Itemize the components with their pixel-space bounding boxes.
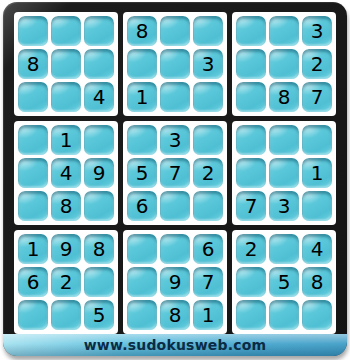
- cell-r8c5[interactable]: 9: [160, 267, 190, 297]
- cell-r2c4[interactable]: [127, 49, 157, 79]
- cell-r4c8[interactable]: [269, 125, 299, 155]
- cell-r9c9[interactable]: [302, 300, 332, 330]
- cell-r3c4[interactable]: 1: [127, 82, 157, 112]
- cell-r1c5[interactable]: [160, 16, 190, 46]
- cell-r1c8[interactable]: [269, 16, 299, 46]
- cell-r4c4[interactable]: [127, 125, 157, 155]
- sudoku-box-5: 35726: [123, 121, 227, 225]
- cell-r8c8[interactable]: 5: [269, 267, 299, 297]
- cell-r2c5[interactable]: [160, 49, 190, 79]
- sudoku-grid: 848313287149835726173198625697812458: [14, 12, 336, 334]
- cell-r8c7[interactable]: [236, 267, 266, 297]
- cell-r6c5[interactable]: [160, 191, 190, 221]
- cell-r2c9[interactable]: 2: [302, 49, 332, 79]
- cell-r9c6[interactable]: 1: [193, 300, 223, 330]
- cell-r6c6[interactable]: [193, 191, 223, 221]
- cell-r9c3[interactable]: 5: [84, 300, 114, 330]
- cell-r4c7[interactable]: [236, 125, 266, 155]
- cell-r8c9[interactable]: 8: [302, 267, 332, 297]
- cell-r7c1[interactable]: 1: [18, 234, 48, 264]
- cell-r5c4[interactable]: 5: [127, 158, 157, 188]
- sudoku-box-3: 3287: [232, 12, 336, 116]
- sudoku-box-6: 173: [232, 121, 336, 225]
- cell-r9c7[interactable]: [236, 300, 266, 330]
- cell-r2c7[interactable]: [236, 49, 266, 79]
- cell-r3c6[interactable]: [193, 82, 223, 112]
- cell-r7c3[interactable]: 8: [84, 234, 114, 264]
- cell-r1c3[interactable]: [84, 16, 114, 46]
- cell-r1c7[interactable]: [236, 16, 266, 46]
- cell-r6c3[interactable]: [84, 191, 114, 221]
- cell-r7c5[interactable]: [160, 234, 190, 264]
- cell-r7c4[interactable]: [127, 234, 157, 264]
- cell-r6c2[interactable]: 8: [51, 191, 81, 221]
- cell-r3c3[interactable]: 4: [84, 82, 114, 112]
- cell-r7c7[interactable]: 2: [236, 234, 266, 264]
- cell-r2c2[interactable]: [51, 49, 81, 79]
- cell-r7c6[interactable]: 6: [193, 234, 223, 264]
- cell-r8c4[interactable]: [127, 267, 157, 297]
- cell-r6c1[interactable]: [18, 191, 48, 221]
- cell-r2c1[interactable]: 8: [18, 49, 48, 79]
- cell-r4c2[interactable]: 1: [51, 125, 81, 155]
- cell-r5c5[interactable]: 7: [160, 158, 190, 188]
- cell-r4c5[interactable]: 3: [160, 125, 190, 155]
- cell-r3c9[interactable]: 7: [302, 82, 332, 112]
- footer-link[interactable]: www.sudokusweb.com: [3, 334, 347, 356]
- cell-r2c6[interactable]: 3: [193, 49, 223, 79]
- cell-r5c7[interactable]: [236, 158, 266, 188]
- cell-r4c6[interactable]: [193, 125, 223, 155]
- cell-r9c2[interactable]: [51, 300, 81, 330]
- cell-r1c1[interactable]: [18, 16, 48, 46]
- cell-r9c4[interactable]: [127, 300, 157, 330]
- cell-r6c7[interactable]: 7: [236, 191, 266, 221]
- cell-r5c8[interactable]: [269, 158, 299, 188]
- cell-r1c6[interactable]: [193, 16, 223, 46]
- cell-r2c3[interactable]: [84, 49, 114, 79]
- cell-r1c9[interactable]: 3: [302, 16, 332, 46]
- sudoku-box-7: 198625: [14, 230, 118, 334]
- cell-r9c5[interactable]: 8: [160, 300, 190, 330]
- cell-r7c9[interactable]: 4: [302, 234, 332, 264]
- cell-r5c3[interactable]: 9: [84, 158, 114, 188]
- cell-r5c6[interactable]: 2: [193, 158, 223, 188]
- cell-r8c6[interactable]: 7: [193, 267, 223, 297]
- cell-r3c8[interactable]: 8: [269, 82, 299, 112]
- cell-r3c5[interactable]: [160, 82, 190, 112]
- cell-r9c1[interactable]: [18, 300, 48, 330]
- cell-r5c2[interactable]: 4: [51, 158, 81, 188]
- cell-r5c9[interactable]: 1: [302, 158, 332, 188]
- sudoku-box-8: 69781: [123, 230, 227, 334]
- cell-r4c1[interactable]: [18, 125, 48, 155]
- cell-r6c9[interactable]: [302, 191, 332, 221]
- cell-r8c3[interactable]: [84, 267, 114, 297]
- cell-r4c9[interactable]: [302, 125, 332, 155]
- sudoku-box-2: 831: [123, 12, 227, 116]
- cell-r1c4[interactable]: 8: [127, 16, 157, 46]
- cell-r2c8[interactable]: [269, 49, 299, 79]
- sudoku-box-9: 2458: [232, 230, 336, 334]
- cell-r6c4[interactable]: 6: [127, 191, 157, 221]
- sudoku-board-frame: 848313287149835726173198625697812458 www…: [3, 2, 347, 356]
- sudoku-box-1: 84: [14, 12, 118, 116]
- cell-r3c7[interactable]: [236, 82, 266, 112]
- cell-r1c2[interactable]: [51, 16, 81, 46]
- cell-r7c2[interactable]: 9: [51, 234, 81, 264]
- cell-r9c8[interactable]: [269, 300, 299, 330]
- cell-r4c3[interactable]: [84, 125, 114, 155]
- cell-r3c1[interactable]: [18, 82, 48, 112]
- cell-r8c2[interactable]: 2: [51, 267, 81, 297]
- cell-r3c2[interactable]: [51, 82, 81, 112]
- sudoku-box-4: 1498: [14, 121, 118, 225]
- cell-r6c8[interactable]: 3: [269, 191, 299, 221]
- cell-r7c8[interactable]: [269, 234, 299, 264]
- cell-r5c1[interactable]: [18, 158, 48, 188]
- cell-r8c1[interactable]: 6: [18, 267, 48, 297]
